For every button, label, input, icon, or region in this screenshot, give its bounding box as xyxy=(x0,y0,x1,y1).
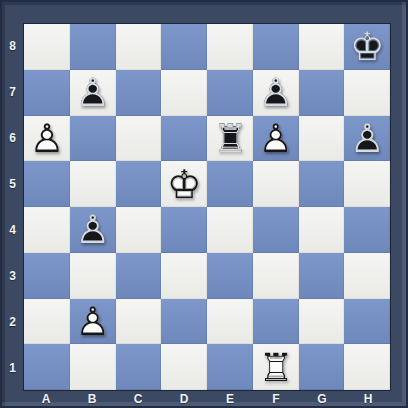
file-label-a: A xyxy=(23,389,69,408)
square-e7[interactable] xyxy=(207,70,253,116)
square-h4[interactable] xyxy=(344,207,390,253)
square-g3[interactable] xyxy=(299,253,345,299)
file-label-f: F xyxy=(253,389,299,408)
square-e4[interactable] xyxy=(207,207,253,253)
square-b8[interactable] xyxy=(70,24,116,70)
rank-label-5: 5 xyxy=(2,161,23,207)
square-h5[interactable] xyxy=(344,161,390,207)
file-label-d: D xyxy=(161,389,207,408)
piece-white-pawn[interactable]: ♟♙ xyxy=(253,116,299,162)
piece-white-rook[interactable]: ♜♖ xyxy=(253,344,299,390)
square-g8[interactable] xyxy=(299,24,345,70)
square-d7[interactable] xyxy=(161,70,207,116)
rank-label-3: 3 xyxy=(2,253,23,299)
square-f7[interactable]: ♟♙ xyxy=(253,70,299,116)
file-label-h: H xyxy=(345,389,391,408)
pawn-glyph-outline: ♙ xyxy=(70,70,116,116)
square-d1[interactable] xyxy=(161,344,207,390)
pawn-glyph-outline: ♙ xyxy=(24,116,70,162)
square-f4[interactable] xyxy=(253,207,299,253)
square-d6[interactable] xyxy=(161,116,207,162)
square-b2[interactable]: ♟♙ xyxy=(70,299,116,345)
rank-label-8: 8 xyxy=(2,23,23,69)
king-glyph-outline: ♔ xyxy=(161,161,207,207)
piece-black-pawn[interactable]: ♟♙ xyxy=(70,207,116,253)
piece-black-pawn[interactable]: ♟♙ xyxy=(344,116,390,162)
square-e6[interactable]: ♜♖ xyxy=(207,116,253,162)
rank-label-6: 6 xyxy=(2,115,23,161)
square-f8[interactable] xyxy=(253,24,299,70)
square-b4[interactable]: ♟♙ xyxy=(70,207,116,253)
file-label-b: B xyxy=(69,389,115,408)
rank-label-4: 4 xyxy=(2,207,23,253)
square-a2[interactable] xyxy=(24,299,70,345)
chessboard-frame: 87654321 ♚♔♟♙♟♙♟♙♜♖♟♙♟♙♚♔♟♙♟♙♜♖ ABCDEFGH xyxy=(0,0,408,408)
square-h6[interactable]: ♟♙ xyxy=(344,116,390,162)
square-a3[interactable] xyxy=(24,253,70,299)
square-f5[interactable] xyxy=(253,161,299,207)
square-b5[interactable] xyxy=(70,161,116,207)
piece-black-pawn[interactable]: ♟♙ xyxy=(253,70,299,116)
piece-black-rook[interactable]: ♜♖ xyxy=(207,116,253,162)
rank-labels: 87654321 xyxy=(2,23,23,391)
square-c3[interactable] xyxy=(116,253,162,299)
square-h1[interactable] xyxy=(344,344,390,390)
square-a1[interactable] xyxy=(24,344,70,390)
rank-label-7: 7 xyxy=(2,69,23,115)
piece-white-king[interactable]: ♚♔ xyxy=(161,161,207,207)
square-d2[interactable] xyxy=(161,299,207,345)
square-d4[interactable] xyxy=(161,207,207,253)
square-e3[interactable] xyxy=(207,253,253,299)
square-a5[interactable] xyxy=(24,161,70,207)
square-b3[interactable] xyxy=(70,253,116,299)
square-d3[interactable] xyxy=(161,253,207,299)
pawn-glyph-outline: ♙ xyxy=(253,70,299,116)
square-g6[interactable] xyxy=(299,116,345,162)
square-a8[interactable] xyxy=(24,24,70,70)
rank-label-2: 2 xyxy=(2,299,23,345)
square-b7[interactable]: ♟♙ xyxy=(70,70,116,116)
square-g4[interactable] xyxy=(299,207,345,253)
pawn-glyph-outline: ♙ xyxy=(70,207,116,253)
square-c5[interactable] xyxy=(116,161,162,207)
rook-glyph-outline: ♖ xyxy=(207,116,253,162)
piece-black-king[interactable]: ♚♔ xyxy=(344,24,390,70)
square-d8[interactable] xyxy=(161,24,207,70)
square-e5[interactable] xyxy=(207,161,253,207)
square-a4[interactable] xyxy=(24,207,70,253)
piece-black-pawn[interactable]: ♟♙ xyxy=(70,70,116,116)
square-d5[interactable]: ♚♔ xyxy=(161,161,207,207)
square-e2[interactable] xyxy=(207,299,253,345)
file-labels: ABCDEFGH xyxy=(23,389,391,408)
square-f1[interactable]: ♜♖ xyxy=(253,344,299,390)
pawn-glyph-outline: ♙ xyxy=(253,116,299,162)
square-c6[interactable] xyxy=(116,116,162,162)
file-label-e: E xyxy=(207,389,253,408)
rook-glyph-outline: ♖ xyxy=(253,344,299,390)
file-label-c: C xyxy=(115,389,161,408)
chess-board[interactable]: ♚♔♟♙♟♙♟♙♜♖♟♙♟♙♚♔♟♙♟♙♜♖ xyxy=(23,23,391,391)
king-glyph-outline: ♔ xyxy=(344,24,390,70)
square-h2[interactable] xyxy=(344,299,390,345)
square-a7[interactable] xyxy=(24,70,70,116)
square-h7[interactable] xyxy=(344,70,390,116)
file-label-g: G xyxy=(299,389,345,408)
square-g1[interactable] xyxy=(299,344,345,390)
square-c4[interactable] xyxy=(116,207,162,253)
square-c1[interactable] xyxy=(116,344,162,390)
square-f3[interactable] xyxy=(253,253,299,299)
square-c2[interactable] xyxy=(116,299,162,345)
square-g7[interactable] xyxy=(299,70,345,116)
square-c8[interactable] xyxy=(116,24,162,70)
square-e8[interactable] xyxy=(207,24,253,70)
square-f6[interactable]: ♟♙ xyxy=(253,116,299,162)
square-h3[interactable] xyxy=(344,253,390,299)
square-b1[interactable] xyxy=(70,344,116,390)
square-c7[interactable] xyxy=(116,70,162,116)
square-b6[interactable] xyxy=(70,116,116,162)
rank-label-1: 1 xyxy=(2,345,23,391)
square-g2[interactable] xyxy=(299,299,345,345)
piece-white-pawn[interactable]: ♟♙ xyxy=(70,299,116,345)
square-a6[interactable]: ♟♙ xyxy=(24,116,70,162)
square-f2[interactable] xyxy=(253,299,299,345)
pawn-glyph-outline: ♙ xyxy=(344,116,390,162)
piece-white-pawn[interactable]: ♟♙ xyxy=(24,116,70,162)
square-g5[interactable] xyxy=(299,161,345,207)
pawn-glyph-outline: ♙ xyxy=(70,299,116,345)
square-h8[interactable]: ♚♔ xyxy=(344,24,390,70)
square-e1[interactable] xyxy=(207,344,253,390)
